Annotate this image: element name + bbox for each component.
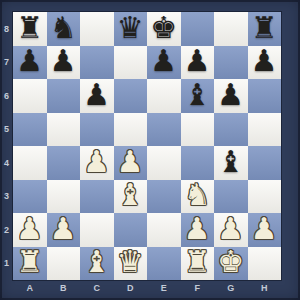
square-d7[interactable] xyxy=(114,46,148,80)
piece-f7-black-pawn[interactable]: ♟ xyxy=(184,46,211,76)
square-c6[interactable]: ♟ xyxy=(80,79,114,113)
file-label-f: F xyxy=(181,279,215,297)
piece-h8-black-rook[interactable]: ♜ xyxy=(251,13,278,43)
rank-label-8: 8 xyxy=(0,12,13,46)
square-e6[interactable] xyxy=(147,79,181,113)
square-h6[interactable] xyxy=(248,79,282,113)
piece-e8-black-king[interactable]: ♚ xyxy=(150,13,177,43)
square-b4[interactable] xyxy=(47,146,81,180)
square-e3[interactable] xyxy=(147,180,181,214)
file-label-b: B xyxy=(47,279,81,297)
file-label-h: H xyxy=(248,279,282,297)
rank-label-4: 4 xyxy=(0,146,13,180)
file-label-g: G xyxy=(214,279,248,297)
square-h5[interactable] xyxy=(248,113,282,147)
piece-d1-white-queen[interactable]: ♛ xyxy=(117,247,144,277)
piece-g1-white-king[interactable]: ♚ xyxy=(217,247,244,277)
chess-diagram: 87654321 ♜♞♛♚♜♟♟♟♟♟♟♝♟♟♟♝♝♞♟♟♟♟♟♜♝♛♜♚ AB… xyxy=(0,0,300,300)
square-h3[interactable] xyxy=(248,180,282,214)
piece-b7-black-pawn[interactable]: ♟ xyxy=(50,46,77,76)
square-b6[interactable] xyxy=(47,79,81,113)
square-e8[interactable]: ♚ xyxy=(147,12,181,46)
chessboard[interactable]: ♜♞♛♚♜♟♟♟♟♟♟♝♟♟♟♝♝♞♟♟♟♟♟♜♝♛♜♚ xyxy=(13,12,281,280)
piece-e7-black-pawn[interactable]: ♟ xyxy=(150,46,177,76)
piece-d3-white-bishop[interactable]: ♝ xyxy=(117,180,144,210)
rank-labels: 87654321 xyxy=(0,12,13,280)
rank-label-5: 5 xyxy=(0,113,13,147)
piece-g4-black-bishop[interactable]: ♝ xyxy=(217,147,244,177)
piece-f1-white-rook[interactable]: ♜ xyxy=(184,247,211,277)
rank-label-1: 1 xyxy=(0,247,13,281)
square-h8[interactable]: ♜ xyxy=(248,12,282,46)
square-a3[interactable] xyxy=(13,180,47,214)
square-d6[interactable] xyxy=(114,79,148,113)
square-e2[interactable] xyxy=(147,213,181,247)
piece-f3-white-knight[interactable]: ♞ xyxy=(184,180,211,210)
square-f6[interactable]: ♝ xyxy=(181,79,215,113)
square-c1[interactable]: ♝ xyxy=(80,247,114,281)
square-b3[interactable] xyxy=(47,180,81,214)
square-d8[interactable]: ♛ xyxy=(114,12,148,46)
square-a4[interactable] xyxy=(13,146,47,180)
piece-g2-white-pawn[interactable]: ♟ xyxy=(217,214,244,244)
piece-a1-white-rook[interactable]: ♜ xyxy=(16,247,43,277)
square-f7[interactable]: ♟ xyxy=(181,46,215,80)
square-h4[interactable] xyxy=(248,146,282,180)
square-a8[interactable]: ♜ xyxy=(13,12,47,46)
file-label-d: D xyxy=(114,279,148,297)
square-e7[interactable]: ♟ xyxy=(147,46,181,80)
square-d5[interactable] xyxy=(114,113,148,147)
rank-label-3: 3 xyxy=(0,180,13,214)
file-label-a: A xyxy=(13,279,47,297)
piece-g6-black-pawn[interactable]: ♟ xyxy=(217,80,244,110)
square-c7[interactable] xyxy=(80,46,114,80)
square-b5[interactable] xyxy=(47,113,81,147)
square-f2[interactable]: ♟ xyxy=(181,213,215,247)
piece-b8-black-knight[interactable]: ♞ xyxy=(50,13,77,43)
piece-h7-black-pawn[interactable]: ♟ xyxy=(251,46,278,76)
piece-c6-black-pawn[interactable]: ♟ xyxy=(83,80,110,110)
piece-a2-white-pawn[interactable]: ♟ xyxy=(16,214,43,244)
square-f8[interactable] xyxy=(181,12,215,46)
square-h7[interactable]: ♟ xyxy=(248,46,282,80)
square-c2[interactable] xyxy=(80,213,114,247)
piece-b2-white-pawn[interactable]: ♟ xyxy=(50,214,77,244)
piece-d4-white-pawn[interactable]: ♟ xyxy=(117,147,144,177)
piece-f6-black-bishop[interactable]: ♝ xyxy=(184,80,211,110)
square-e4[interactable] xyxy=(147,146,181,180)
square-c3[interactable] xyxy=(80,180,114,214)
file-labels: ABCDEFGH xyxy=(13,279,281,297)
square-f3[interactable]: ♞ xyxy=(181,180,215,214)
square-a5[interactable] xyxy=(13,113,47,147)
file-label-c: C xyxy=(80,279,114,297)
square-b7[interactable]: ♟ xyxy=(47,46,81,80)
piece-a7-black-pawn[interactable]: ♟ xyxy=(16,46,43,76)
square-d2[interactable] xyxy=(114,213,148,247)
square-b2[interactable]: ♟ xyxy=(47,213,81,247)
square-d3[interactable]: ♝ xyxy=(114,180,148,214)
piece-h2-white-pawn[interactable]: ♟ xyxy=(251,214,278,244)
rank-label-2: 2 xyxy=(0,213,13,247)
square-h2[interactable]: ♟ xyxy=(248,213,282,247)
rank-label-6: 6 xyxy=(0,79,13,113)
square-g1[interactable]: ♚ xyxy=(214,247,248,281)
piece-f2-white-pawn[interactable]: ♟ xyxy=(184,214,211,244)
square-c8[interactable] xyxy=(80,12,114,46)
square-e1[interactable] xyxy=(147,247,181,281)
piece-c4-white-pawn[interactable]: ♟ xyxy=(83,147,110,177)
piece-a8-black-rook[interactable]: ♜ xyxy=(16,13,43,43)
piece-d8-black-queen[interactable]: ♛ xyxy=(117,13,144,43)
piece-c1-white-bishop[interactable]: ♝ xyxy=(83,247,110,277)
square-g4[interactable]: ♝ xyxy=(214,146,248,180)
square-c5[interactable] xyxy=(80,113,114,147)
square-b1[interactable] xyxy=(47,247,81,281)
square-d1[interactable]: ♛ xyxy=(114,247,148,281)
square-e5[interactable] xyxy=(147,113,181,147)
square-b8[interactable]: ♞ xyxy=(47,12,81,46)
file-label-e: E xyxy=(147,279,181,297)
square-a6[interactable] xyxy=(13,79,47,113)
square-f4[interactable] xyxy=(181,146,215,180)
square-g6[interactable]: ♟ xyxy=(214,79,248,113)
square-a1[interactable]: ♜ xyxy=(13,247,47,281)
square-f1[interactable]: ♜ xyxy=(181,247,215,281)
square-g2[interactable]: ♟ xyxy=(214,213,248,247)
square-a7[interactable]: ♟ xyxy=(13,46,47,80)
square-g7[interactable] xyxy=(214,46,248,80)
square-d4[interactable]: ♟ xyxy=(114,146,148,180)
square-f5[interactable] xyxy=(181,113,215,147)
square-a2[interactable]: ♟ xyxy=(13,213,47,247)
square-h1[interactable] xyxy=(248,247,282,281)
square-g8[interactable] xyxy=(214,12,248,46)
square-g5[interactable] xyxy=(214,113,248,147)
rank-label-7: 7 xyxy=(0,46,13,80)
square-g3[interactable] xyxy=(214,180,248,214)
square-c4[interactable]: ♟ xyxy=(80,146,114,180)
